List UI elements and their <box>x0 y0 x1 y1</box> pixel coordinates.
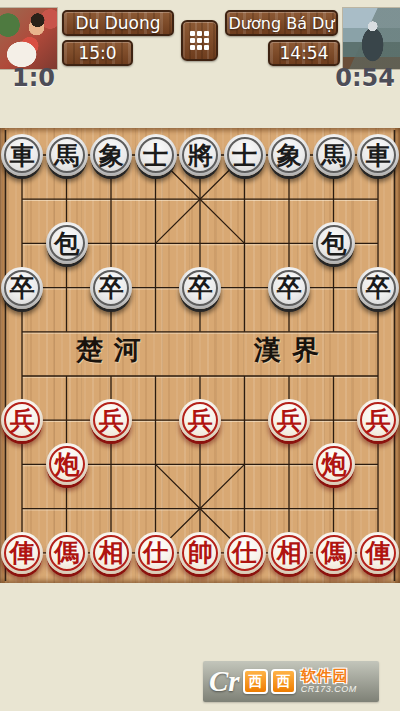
red-piece[interactable]: 帥 <box>179 532 221 574</box>
intersection-e5[interactable] <box>178 354 223 398</box>
intersection-d4[interactable] <box>134 398 179 442</box>
intersection-e10[interactable]: 將 <box>178 133 223 177</box>
black-piece[interactable]: 士 <box>224 134 266 176</box>
intersection-f4[interactable] <box>223 398 268 442</box>
red-piece[interactable]: 炮 <box>46 443 88 485</box>
piece-glyph: 仕 <box>143 540 168 565</box>
piece-glyph: 士 <box>143 143 168 168</box>
red-piece[interactable]: 相 <box>268 532 310 574</box>
player-right-avatar <box>343 8 400 69</box>
intersection-g4[interactable]: 兵 <box>267 398 312 442</box>
grid-icon <box>190 31 209 50</box>
red-piece[interactable]: 仕 <box>135 532 177 574</box>
piece-glyph: 兵 <box>10 408 35 433</box>
piece-glyph: 將 <box>188 143 213 168</box>
piece-glyph: 兵 <box>188 408 213 433</box>
intersection-i4[interactable]: 兵 <box>356 398 400 442</box>
intersection-f5[interactable] <box>223 354 268 398</box>
black-piece[interactable]: 馬 <box>313 134 355 176</box>
intersection-f3[interactable] <box>223 442 268 486</box>
intersection-i3[interactable] <box>356 442 400 486</box>
player-left-score: 1:0 <box>12 64 55 92</box>
player-left-clock: 15:0 <box>62 40 133 66</box>
red-piece[interactable]: 仕 <box>224 532 266 574</box>
intersection-d10[interactable]: 士 <box>134 133 179 177</box>
intersection-a9[interactable] <box>0 177 45 221</box>
intersection-e9[interactable] <box>178 177 223 221</box>
black-piece[interactable]: 包 <box>313 222 355 264</box>
intersection-g9[interactable] <box>267 177 312 221</box>
xiangqi-board[interactable]: 楚河 漢界 車馬象士將士象馬車包包卒卒卒卒卒兵兵兵兵兵炮炮俥傌相仕帥仕相傌俥 <box>0 128 400 583</box>
intersection-h1[interactable]: 傌 <box>312 531 357 575</box>
intersection-d8[interactable] <box>134 221 179 265</box>
piece-glyph: 包 <box>54 231 79 256</box>
intersection-h9[interactable] <box>312 177 357 221</box>
player-left-avatar <box>0 8 57 69</box>
intersection-h7[interactable] <box>312 266 357 310</box>
intersection-i7[interactable]: 卒 <box>356 266 400 310</box>
intersection-h8[interactable]: 包 <box>312 221 357 265</box>
intersection-b5[interactable] <box>45 354 90 398</box>
piece-glyph: 炮 <box>54 452 79 477</box>
intersection-f9[interactable] <box>223 177 268 221</box>
intersection-f2[interactable] <box>223 487 268 531</box>
intersection-a7[interactable]: 卒 <box>0 266 45 310</box>
watermark-xi-box-1: 西 <box>243 669 268 694</box>
watermark-url-text: CR173.COM <box>301 685 357 695</box>
red-piece[interactable]: 傌 <box>46 532 88 574</box>
intersection-h5[interactable] <box>312 354 357 398</box>
intersection-i8[interactable] <box>356 221 400 265</box>
intersection-d7[interactable] <box>134 266 179 310</box>
intersection-a3[interactable] <box>0 442 45 486</box>
black-piece[interactable]: 卒 <box>1 267 43 309</box>
intersection-b8[interactable]: 包 <box>45 221 90 265</box>
intersection-d9[interactable] <box>134 177 179 221</box>
intersection-c6[interactable] <box>89 310 134 354</box>
intersection-c5[interactable] <box>89 354 134 398</box>
intersection-g8[interactable] <box>267 221 312 265</box>
intersection-i1[interactable]: 俥 <box>356 531 400 575</box>
intersection-f6[interactable] <box>223 310 268 354</box>
piece-glyph: 士 <box>232 143 257 168</box>
intersection-b10[interactable]: 馬 <box>45 133 90 177</box>
intersection-b3[interactable]: 炮 <box>45 442 90 486</box>
black-piece[interactable]: 卒 <box>357 267 399 309</box>
intersection-h4[interactable] <box>312 398 357 442</box>
watermark-xi-box-2: 西 <box>271 669 296 694</box>
intersection-b7[interactable] <box>45 266 90 310</box>
piece-glyph: 傌 <box>321 540 346 565</box>
black-piece[interactable]: 士 <box>135 134 177 176</box>
black-piece[interactable]: 車 <box>357 134 399 176</box>
intersection-c4[interactable]: 兵 <box>89 398 134 442</box>
intersection-e4[interactable]: 兵 <box>178 398 223 442</box>
player-left-time: 15:0 <box>78 43 116 63</box>
intersection-i9[interactable] <box>356 177 400 221</box>
intersection-i5[interactable] <box>356 354 400 398</box>
black-piece[interactable]: 象 <box>268 134 310 176</box>
intersection-b6[interactable] <box>45 310 90 354</box>
black-piece[interactable]: 卒 <box>268 267 310 309</box>
piece-glyph: 車 <box>366 143 391 168</box>
watermark-cr-text: Cr <box>209 667 240 696</box>
piece-glyph: 仕 <box>232 540 257 565</box>
player-right-clock: 14:54 <box>268 40 340 66</box>
intersection-g10[interactable]: 象 <box>267 133 312 177</box>
piece-glyph: 卒 <box>277 275 302 300</box>
player-right-name: Dương Bá Dự <box>229 14 335 33</box>
watermark-logo: Cr 西 西 软件园 CR173.COM <box>203 661 379 702</box>
intersection-c10[interactable]: 象 <box>89 133 134 177</box>
piece-glyph: 象 <box>99 143 124 168</box>
black-piece[interactable]: 馬 <box>46 134 88 176</box>
piece-glyph: 傌 <box>54 540 79 565</box>
piece-glyph: 相 <box>277 540 302 565</box>
player-left-name: Du Duong <box>75 13 160 33</box>
piece-glyph: 炮 <box>321 452 346 477</box>
intersection-d3[interactable] <box>134 442 179 486</box>
piece-glyph: 俥 <box>366 540 391 565</box>
intersection-f1[interactable]: 仕 <box>223 531 268 575</box>
intersection-c1[interactable]: 相 <box>89 531 134 575</box>
player-right-score: 0:54 <box>335 64 395 92</box>
intersection-b1[interactable]: 傌 <box>45 531 90 575</box>
intersection-e2[interactable] <box>178 487 223 531</box>
piece-glyph: 卒 <box>99 275 124 300</box>
red-piece[interactable]: 兵 <box>357 399 399 441</box>
intersection-f7[interactable] <box>223 266 268 310</box>
intersection-g7[interactable]: 卒 <box>267 266 312 310</box>
app-screen: Du Duong 15:0 Dương Bá Dự 14:54 1:0 0:54 <box>0 0 400 711</box>
piece-glyph: 馬 <box>321 143 346 168</box>
intersection-e7[interactable]: 卒 <box>178 266 223 310</box>
piece-glyph: 兵 <box>277 408 302 433</box>
intersection-b9[interactable] <box>45 177 90 221</box>
intersection-i10[interactable]: 車 <box>356 133 400 177</box>
intersection-h3[interactable]: 炮 <box>312 442 357 486</box>
piece-grid: 車馬象士將士象馬車包包卒卒卒卒卒兵兵兵兵兵炮炮俥傌相仕帥仕相傌俥 <box>0 133 400 575</box>
player-right-nameplate: Dương Bá Dự <box>225 10 338 36</box>
intersection-i2[interactable] <box>356 487 400 531</box>
piece-glyph: 卒 <box>188 275 213 300</box>
red-piece[interactable]: 俥 <box>357 532 399 574</box>
intersection-a10[interactable]: 車 <box>0 133 45 177</box>
intersection-g6[interactable] <box>267 310 312 354</box>
red-piece[interactable]: 兵 <box>179 399 221 441</box>
piece-glyph: 俥 <box>10 540 35 565</box>
piece-glyph: 包 <box>321 231 346 256</box>
intersection-g3[interactable] <box>267 442 312 486</box>
piece-glyph: 帥 <box>188 540 213 565</box>
black-piece[interactable]: 象 <box>90 134 132 176</box>
intersection-d6[interactable] <box>134 310 179 354</box>
intersection-a6[interactable] <box>0 310 45 354</box>
intersection-a4[interactable]: 兵 <box>0 398 45 442</box>
intersection-e3[interactable] <box>178 442 223 486</box>
black-piece[interactable]: 卒 <box>179 267 221 309</box>
intersection-h2[interactable] <box>312 487 357 531</box>
red-piece[interactable]: 兵 <box>90 399 132 441</box>
intersection-d5[interactable] <box>134 354 179 398</box>
menu-button[interactable] <box>181 20 218 61</box>
intersection-a8[interactable] <box>0 221 45 265</box>
intersection-c3[interactable] <box>89 442 134 486</box>
intersection-b4[interactable] <box>45 398 90 442</box>
watermark-site-text: 软件园 <box>301 668 357 685</box>
intersection-a1[interactable]: 俥 <box>0 531 45 575</box>
piece-glyph: 卒 <box>366 275 391 300</box>
intersection-c7[interactable]: 卒 <box>89 266 134 310</box>
piece-glyph: 車 <box>10 143 35 168</box>
piece-glyph: 兵 <box>99 408 124 433</box>
intersection-g5[interactable] <box>267 354 312 398</box>
intersection-e1[interactable]: 帥 <box>178 531 223 575</box>
intersection-b2[interactable] <box>45 487 90 531</box>
intersection-e8[interactable] <box>178 221 223 265</box>
red-piece[interactable]: 相 <box>90 532 132 574</box>
player-left-nameplate: Du Duong <box>62 10 174 36</box>
piece-glyph: 卒 <box>10 275 35 300</box>
red-piece[interactable]: 俥 <box>1 532 43 574</box>
black-piece[interactable]: 車 <box>1 134 43 176</box>
intersection-h10[interactable]: 馬 <box>312 133 357 177</box>
intersection-g2[interactable] <box>267 487 312 531</box>
intersection-c2[interactable] <box>89 487 134 531</box>
intersection-c8[interactable] <box>89 221 134 265</box>
red-piece[interactable]: 炮 <box>313 443 355 485</box>
intersection-d1[interactable]: 仕 <box>134 531 179 575</box>
piece-glyph: 馬 <box>54 143 79 168</box>
red-piece[interactable]: 兵 <box>268 399 310 441</box>
black-piece[interactable]: 包 <box>46 222 88 264</box>
intersection-f10[interactable]: 士 <box>223 133 268 177</box>
piece-glyph: 相 <box>99 540 124 565</box>
intersection-d2[interactable] <box>134 487 179 531</box>
red-piece[interactable]: 兵 <box>1 399 43 441</box>
piece-glyph: 兵 <box>366 408 391 433</box>
intersection-a5[interactable] <box>0 354 45 398</box>
black-piece[interactable]: 卒 <box>90 267 132 309</box>
intersection-a2[interactable] <box>0 487 45 531</box>
black-piece[interactable]: 將 <box>179 134 221 176</box>
intersection-g1[interactable]: 相 <box>267 531 312 575</box>
piece-glyph: 象 <box>277 143 302 168</box>
intersection-c9[interactable] <box>89 177 134 221</box>
intersection-f8[interactable] <box>223 221 268 265</box>
player-right-time: 14:54 <box>280 43 329 63</box>
intersection-i6[interactable] <box>356 310 400 354</box>
red-piece[interactable]: 傌 <box>313 532 355 574</box>
intersection-e6[interactable] <box>178 310 223 354</box>
intersection-h6[interactable] <box>312 310 357 354</box>
